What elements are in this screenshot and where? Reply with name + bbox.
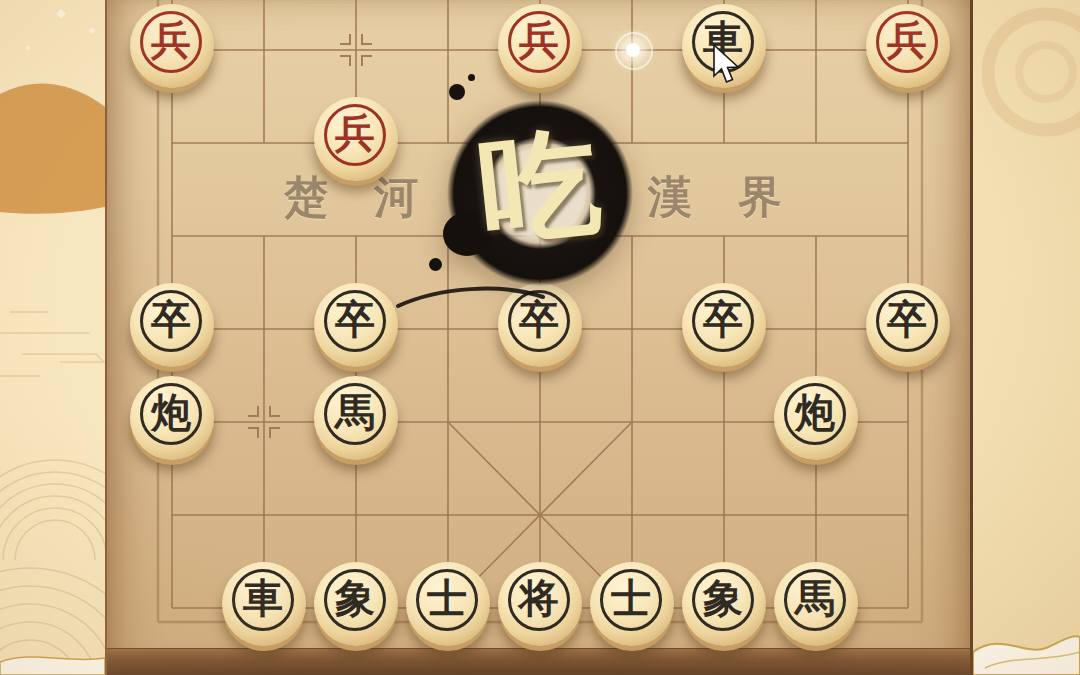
- cursor-icon: [712, 44, 742, 86]
- game-screen: 楚河 漢界 兵兵車兵兵卒卒卒卒卒炮馬炮車象士将士象馬 吃: [0, 0, 1080, 675]
- glow-dot-effect: [624, 41, 642, 59]
- ink-splash-tail: [0, 0, 1080, 675]
